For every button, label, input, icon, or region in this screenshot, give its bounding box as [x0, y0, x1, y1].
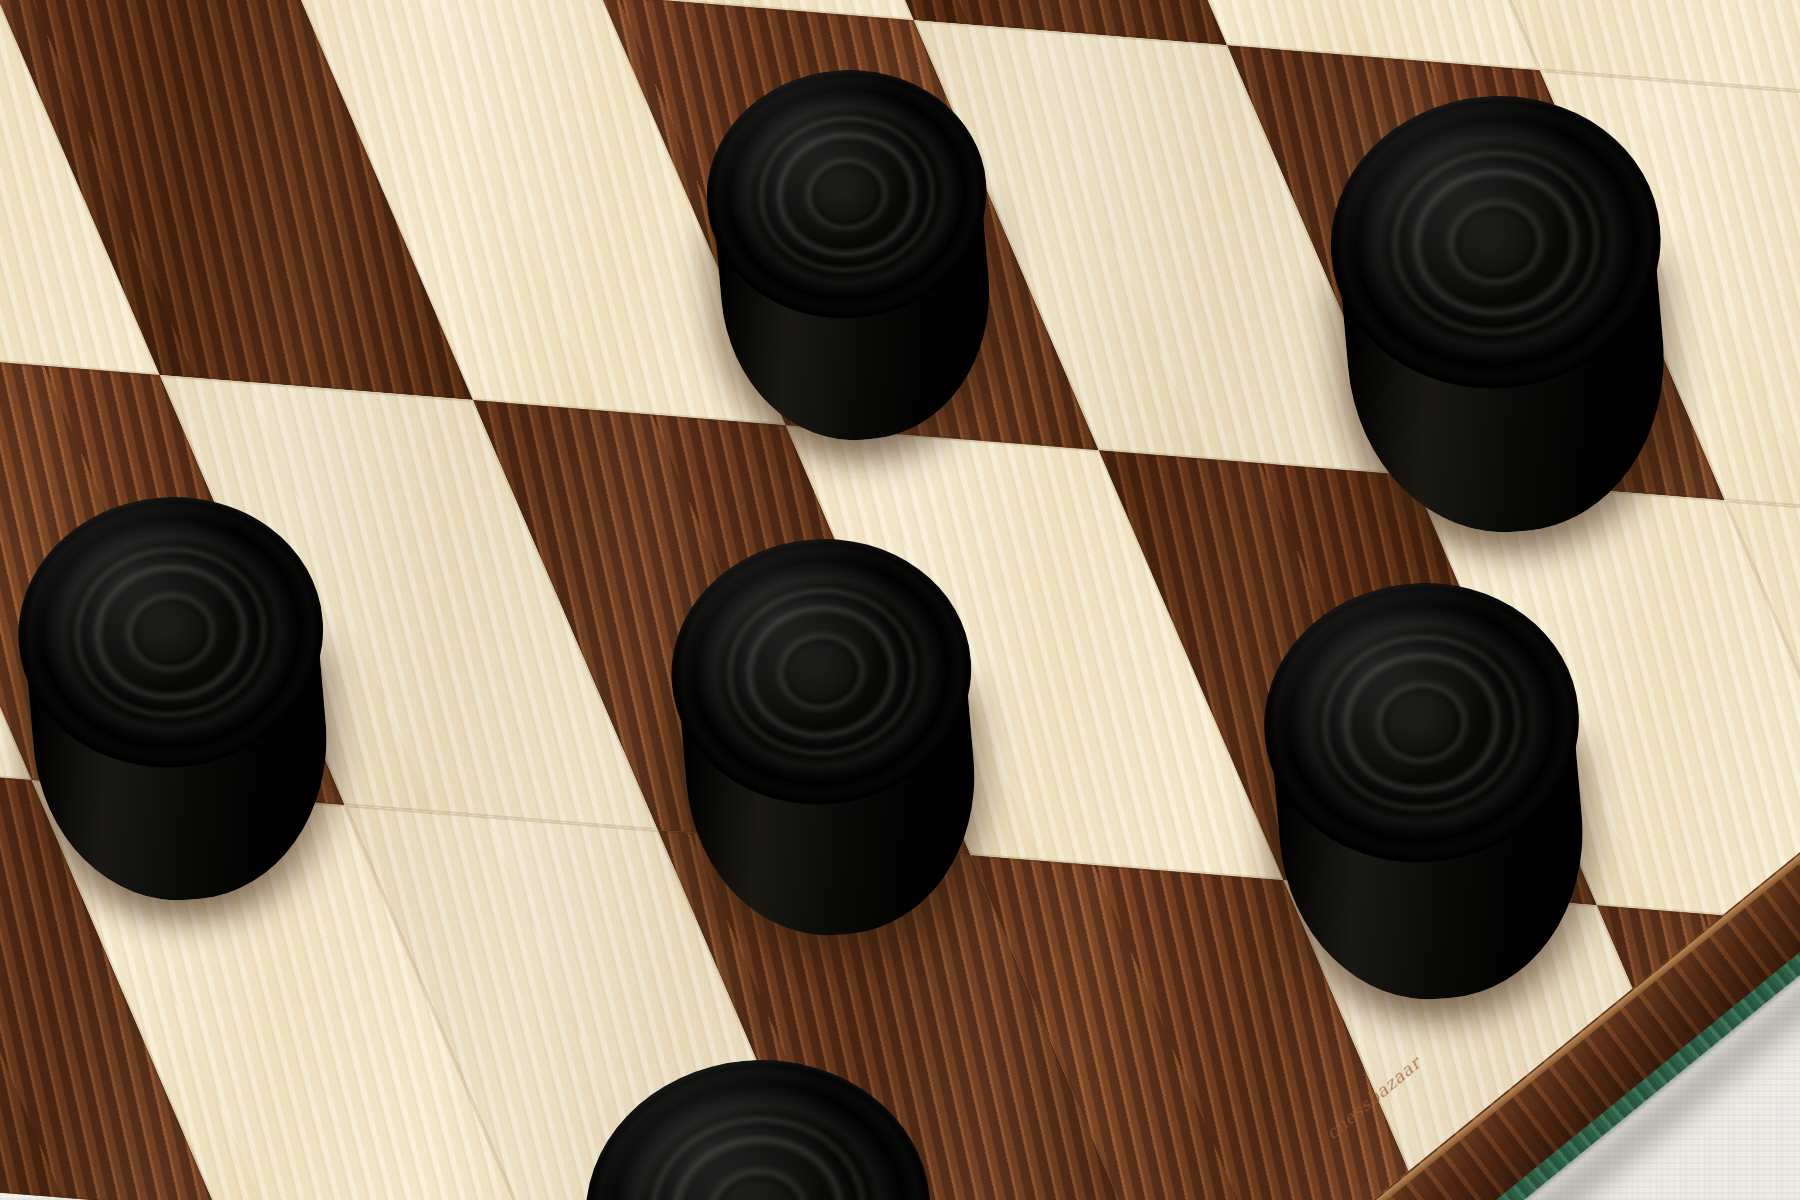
black-checker[interactable]: ⛂	[660, 527, 993, 948]
board-photo: chessbazaar ⛂ ⛂ ⛂ ⛂ ⛂ ⛂	[0, 0, 1800, 1200]
black-checker[interactable]: ⛂	[1252, 570, 1602, 1012]
black-checker[interactable]: ⛂	[1319, 82, 1686, 545]
checker-glyph: ⛂	[703, 1149, 814, 1200]
checker-glyph: ⛂	[766, 608, 877, 736]
checker-glyph: ⛂	[1440, 178, 1551, 306]
checker-glyph: ⛂	[115, 568, 226, 696]
checker-glyph: ⛂	[791, 130, 902, 258]
black-checker[interactable]: ⛂	[696, 59, 1007, 452]
black-checker[interactable]: ⛂	[7, 484, 346, 912]
checker-glyph: ⛂	[1366, 658, 1477, 786]
